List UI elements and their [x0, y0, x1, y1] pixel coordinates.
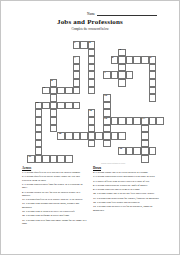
crossword-cell[interactable] — [88, 132, 96, 140]
crossword-cell[interactable] — [88, 56, 96, 64]
worksheet-page: Name Jobs and Professions Complete the c… — [0, 0, 180, 255]
crossword-cell[interactable] — [133, 117, 141, 125]
across-clue-item: 17. a person who sells food and small th… — [22, 219, 88, 226]
clue-number: 2. — [93, 171, 95, 174]
clue-number: 14. — [93, 205, 96, 208]
across-clue-item: 16. a person who performs in plays and f… — [22, 214, 88, 217]
cell-number: 14 — [142, 118, 145, 121]
across-clue-item: 9. a person trained to care for sick or … — [22, 191, 88, 198]
crossword-cell[interactable] — [65, 155, 73, 163]
crossword-cell[interactable] — [50, 125, 58, 133]
crossword-cell[interactable]: 6 — [149, 56, 157, 64]
crossword-cell[interactable] — [73, 64, 81, 72]
crossword-cell[interactable]: 17 — [27, 155, 35, 163]
cell-number: 1 — [74, 42, 75, 45]
crossword-cell[interactable] — [35, 109, 43, 117]
crossword-cell[interactable] — [50, 87, 58, 95]
clue-number: 3. — [93, 175, 95, 178]
crossword-cell[interactable] — [133, 147, 141, 155]
cell-number: 5 — [112, 57, 113, 60]
crossword-cell[interactable] — [50, 109, 58, 117]
clue-number: 12. — [93, 201, 96, 204]
crossword-cell[interactable] — [126, 117, 134, 125]
down-clue-item: 2. a person whose job is to teach childr… — [93, 171, 163, 174]
down-clue-item: 3. a person who builds walls and houses … — [93, 175, 163, 178]
cell-number: 2 — [89, 42, 90, 45]
crossword-cell[interactable] — [35, 147, 43, 155]
crossword-cell[interactable]: 11 — [35, 102, 43, 110]
clue-number: 11. — [22, 198, 25, 201]
crossword-cell[interactable] — [149, 79, 157, 87]
watermark-text: www.eslprintables.com — [101, 162, 163, 165]
crossword-cell[interactable] — [111, 132, 119, 140]
cell-number: 3 — [120, 49, 121, 52]
crossword-cell[interactable] — [103, 125, 111, 133]
crossword-cell[interactable]: 12 — [88, 109, 96, 117]
down-clue-item: 12. a person who flies planes and helico… — [93, 201, 163, 204]
crossword-cell[interactable] — [88, 140, 96, 148]
down-clue-list: 2. a person whose job is to teach childr… — [93, 171, 163, 212]
crossword-cell[interactable] — [57, 102, 65, 110]
crossword-cell[interactable] — [103, 140, 111, 148]
name-label: Name — [87, 12, 95, 16]
crossword-cell[interactable] — [126, 147, 134, 155]
crossword-cell[interactable] — [35, 125, 43, 133]
clue-number: 15. — [22, 210, 25, 213]
crossword-cell[interactable]: 1 — [73, 41, 81, 49]
crossword-cell[interactable] — [73, 79, 81, 87]
clue-number: 11. — [93, 197, 96, 200]
crossword-grid: 1234567891011121314151617 — [27, 41, 164, 163]
page-subtitle: Complete the crossword below — [1, 27, 179, 31]
crossword-cell[interactable] — [141, 140, 149, 148]
down-clue-item: 6. a person who builds or repairs the ro… — [93, 184, 163, 187]
cell-number: 17 — [28, 156, 31, 159]
crossword-cell[interactable] — [126, 71, 134, 79]
crossword-cell[interactable] — [88, 49, 96, 57]
crossword-cell[interactable] — [141, 147, 149, 155]
down-clues-column: Down 2. a person whose job is to teach c… — [93, 166, 163, 213]
crossword-cell[interactable] — [65, 87, 73, 95]
cell-number: 4 — [74, 57, 75, 60]
name-row: Name — [87, 11, 157, 16]
crossword-cell[interactable] — [50, 102, 58, 110]
crossword-cell[interactable] — [73, 71, 81, 79]
across-clue-item: 13. a person who designs and builds road… — [22, 202, 88, 209]
crossword-cell[interactable] — [149, 64, 157, 72]
crossword-cell[interactable] — [141, 132, 149, 140]
down-clue-item: 10. a person whose job is to put out fir… — [93, 192, 163, 195]
crossword-cell[interactable]: 16 — [118, 147, 126, 155]
crossword-cell[interactable]: 5 — [111, 56, 119, 64]
crossword-cell[interactable] — [133, 56, 141, 64]
across-clue-item: 7. a person who prepares food for people… — [22, 183, 88, 190]
clue-number: 7. — [22, 183, 24, 186]
name-blank-line[interactable] — [97, 11, 157, 16]
crossword-cell[interactable] — [118, 71, 126, 79]
clue-number: 13. — [22, 202, 25, 205]
crossword-cell[interactable] — [88, 87, 96, 95]
crossword-cell[interactable] — [73, 102, 81, 110]
cell-number: 15 — [59, 133, 62, 136]
down-clue-item: 11. a person who draws plans for clothes… — [93, 197, 163, 200]
crossword-cell[interactable] — [73, 87, 81, 95]
crossword-cell[interactable] — [149, 147, 157, 155]
across-clue-item: 15. a person who is trained to travel in… — [22, 210, 88, 213]
crossword-cell[interactable] — [149, 117, 157, 125]
crossword-cell[interactable] — [126, 56, 134, 64]
crossword-cell[interactable] — [118, 64, 126, 72]
down-header: Down — [93, 166, 163, 170]
crossword-cell[interactable] — [35, 132, 43, 140]
down-clue-item: 8. a person who cuts and sells meat in a… — [93, 188, 163, 191]
crossword-cell[interactable] — [149, 94, 157, 102]
crossword-cell[interactable] — [103, 132, 111, 140]
crossword-cell[interactable] — [103, 109, 111, 117]
crossword-cell[interactable]: 4 — [73, 56, 81, 64]
clue-number: 17. — [22, 219, 25, 222]
cell-number: 9 — [44, 87, 45, 90]
clue-number: 8. — [93, 188, 95, 191]
crossword-cell[interactable] — [50, 155, 58, 163]
crossword-cell[interactable]: 8 — [50, 79, 58, 87]
crossword-cell[interactable] — [118, 117, 126, 125]
across-clues-column: Across 1. a person qualified to treat di… — [22, 166, 88, 226]
cell-number: 12 — [89, 110, 92, 113]
clue-number: 10. — [93, 192, 96, 195]
crossword-cell[interactable] — [35, 155, 43, 163]
cell-number: 13 — [104, 118, 107, 121]
crossword-cell[interactable]: 10 — [103, 94, 111, 102]
crossword-cell[interactable] — [88, 125, 96, 133]
crossword-cell[interactable] — [141, 56, 149, 64]
crossword-cell[interactable] — [42, 102, 50, 110]
cell-number: 7 — [104, 72, 105, 75]
cell-number: 8 — [51, 80, 52, 83]
crossword-cell[interactable] — [65, 102, 73, 110]
crossword-cell[interactable] — [50, 117, 58, 125]
crossword-cell[interactable] — [88, 79, 96, 87]
crossword-cell[interactable]: 3 — [118, 49, 126, 57]
across-clue-item: 5. a person qualified to advise people a… — [22, 175, 88, 182]
clue-number: 9. — [22, 191, 24, 194]
crossword-cell[interactable] — [103, 102, 111, 110]
clue-number: 4. — [93, 180, 95, 183]
clue-number: 6. — [93, 184, 95, 187]
crossword-cell[interactable]: 9 — [42, 87, 50, 95]
crossword-cell[interactable] — [141, 125, 149, 133]
crossword-cell[interactable] — [118, 79, 126, 87]
across-header: Across — [22, 166, 88, 170]
crossword-cell[interactable] — [118, 132, 126, 140]
crossword-cell[interactable]: 14 — [141, 117, 149, 125]
crossword-cell[interactable] — [65, 132, 73, 140]
crossword-cell[interactable] — [111, 71, 119, 79]
crossword-cell[interactable] — [35, 140, 43, 148]
page-title: Jobs and Professions — [1, 18, 179, 26]
crossword-cell[interactable] — [50, 94, 58, 102]
crossword-cell[interactable] — [80, 41, 88, 49]
cell-number: 6 — [150, 57, 151, 60]
crossword-cell[interactable]: 15 — [57, 132, 65, 140]
cell-number: 10 — [104, 95, 107, 98]
crossword-cell[interactable] — [88, 117, 96, 125]
crossword-cell[interactable] — [42, 155, 50, 163]
crossword-cell[interactable] — [88, 64, 96, 72]
crossword-cell[interactable]: 2 — [88, 41, 96, 49]
clue-number: 1. — [22, 171, 24, 174]
crossword-cell[interactable] — [149, 71, 157, 79]
across-clue-item: 11. a person qualified to treat people w… — [22, 198, 88, 201]
down-clue-item: 4. a public official who decides cases i… — [93, 180, 163, 183]
crossword-cell[interactable] — [95, 132, 103, 140]
crossword-cell[interactable] — [156, 117, 164, 125]
cell-number: 16 — [120, 148, 123, 151]
crossword-cell[interactable] — [118, 56, 126, 64]
crossword-cell[interactable] — [35, 117, 43, 125]
crossword-cell[interactable] — [111, 117, 119, 125]
crossword-cell[interactable] — [80, 132, 88, 140]
crossword-cell[interactable] — [73, 132, 81, 140]
down-clue-item: 14. a person who prepares texts for news… — [93, 205, 163, 212]
crossword-cell[interactable]: 13 — [103, 117, 111, 125]
crossword-cell[interactable] — [57, 155, 65, 163]
across-clue-item: 1. a person qualified to treat diseased … — [22, 171, 88, 174]
crossword-cell[interactable] — [57, 87, 65, 95]
crossword-cell[interactable] — [88, 71, 96, 79]
cell-number: 11 — [36, 102, 39, 105]
crossword-cell[interactable]: 7 — [103, 71, 111, 79]
crossword-cell[interactable] — [149, 87, 157, 95]
clue-number: 16. — [22, 214, 25, 217]
clue-number: 5. — [22, 175, 24, 178]
across-clue-list: 1. a person qualified to treat diseased … — [22, 171, 88, 225]
